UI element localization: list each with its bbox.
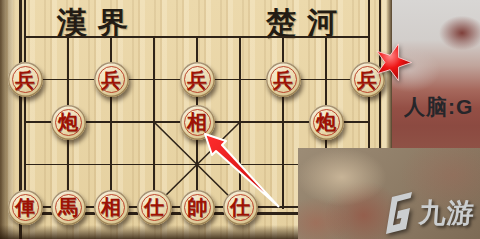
piece-character: 俥: [15, 197, 35, 217]
piece-red-cannon[interactable]: 炮: [309, 105, 344, 140]
watermark-9game: 九游: [385, 191, 475, 235]
piece-red-soldier[interactable]: 兵: [8, 62, 43, 97]
9game-logo-icon: [385, 191, 415, 235]
piece-red-horse[interactable]: 馬: [51, 190, 86, 225]
piece-character: 兵: [273, 70, 293, 90]
piece-red-advisor[interactable]: 仕: [137, 190, 172, 225]
gridline: [24, 0, 26, 209]
piece-red-soldier[interactable]: 兵: [266, 62, 301, 97]
gridline: [153, 37, 155, 209]
piece-red-soldier[interactable]: 兵: [180, 62, 215, 97]
piece-character: 炮: [316, 112, 336, 132]
piece-red-chariot[interactable]: 俥: [8, 190, 43, 225]
piece-character: 帥: [187, 197, 207, 217]
piece-character: 炮: [58, 112, 78, 132]
piece-red-advisor[interactable]: 仕: [223, 190, 258, 225]
piece-character: 馬: [58, 197, 78, 217]
piece-character: 兵: [101, 70, 121, 90]
piece-red-general[interactable]: 帥: [180, 190, 215, 225]
piece-red-elephant[interactable]: 相: [94, 190, 129, 225]
piece-red-cannon[interactable]: 炮: [51, 105, 86, 140]
piece-character: 兵: [15, 70, 35, 90]
piece-character: 仕: [230, 197, 250, 217]
xiangqi-screenshot: 人脑:G 漢界 楚河 兵兵兵兵兵炮相炮俥馬相仕帥仕: [0, 0, 480, 239]
opponent-label: 人脑:G: [404, 93, 480, 121]
gridline: [239, 37, 241, 209]
river-label-han: 漢界: [57, 3, 139, 44]
piece-character: 兵: [187, 70, 207, 90]
piece-red-elephant[interactable]: 相: [180, 105, 215, 140]
piece-red-soldier[interactable]: 兵: [94, 62, 129, 97]
star-icon: [372, 42, 413, 83]
river-label-chu: 楚河: [266, 3, 348, 44]
9game-logo-text: 九游: [418, 195, 477, 231]
piece-character: 相: [101, 197, 121, 217]
piece-character: 仕: [144, 197, 164, 217]
piece-character: 相: [187, 112, 207, 132]
